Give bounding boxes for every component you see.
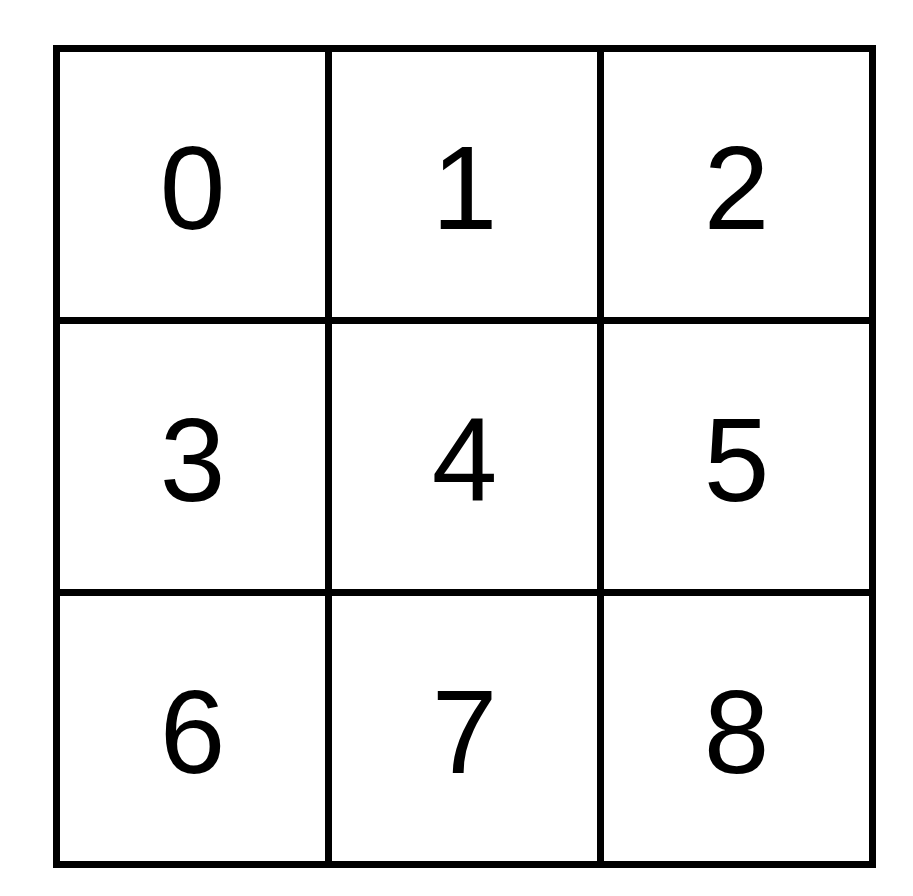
- cell-5[interactable]: 5: [604, 324, 869, 589]
- cell-label: 8: [704, 673, 770, 791]
- cell-label: 4: [432, 401, 498, 519]
- cell-label: 7: [432, 673, 498, 791]
- cell-3[interactable]: 3: [60, 324, 325, 589]
- cell-7[interactable]: 7: [332, 596, 597, 861]
- cell-4[interactable]: 4: [332, 324, 597, 589]
- cell-label: 1: [432, 129, 498, 247]
- cell-8[interactable]: 8: [604, 596, 869, 861]
- cell-0[interactable]: 0: [60, 52, 325, 317]
- cell-2[interactable]: 2: [604, 52, 869, 317]
- cell-label: 2: [704, 129, 770, 247]
- cell-label: 6: [160, 673, 226, 791]
- cell-label: 5: [704, 401, 770, 519]
- grid-board: 012345678: [53, 45, 876, 868]
- cell-1[interactable]: 1: [332, 52, 597, 317]
- cell-label: 0: [160, 129, 226, 247]
- cell-6[interactable]: 6: [60, 596, 325, 861]
- cell-label: 3: [160, 401, 226, 519]
